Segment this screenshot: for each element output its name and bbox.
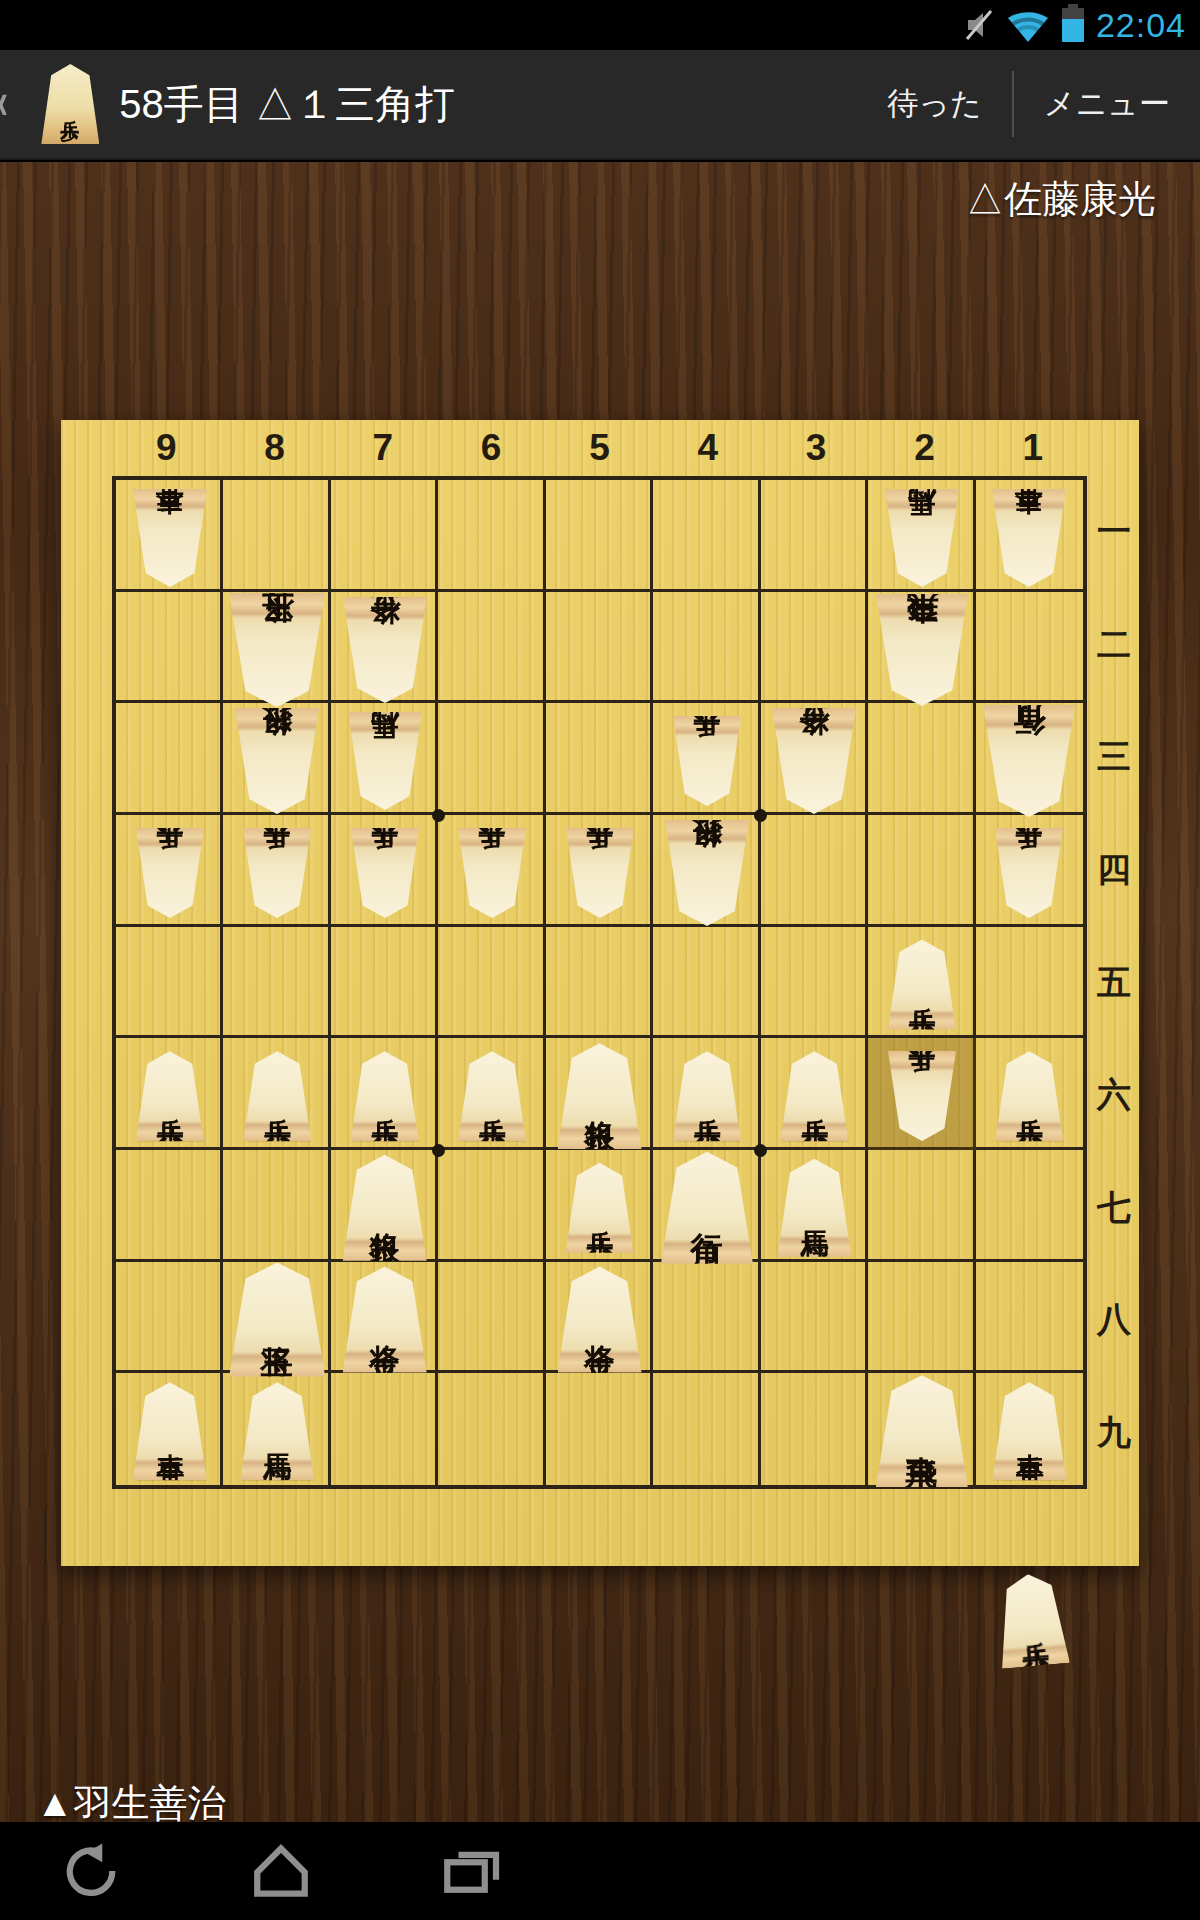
board-cell[interactable] [438,703,545,815]
board-cell[interactable] [653,480,760,592]
board-cell[interactable] [976,1150,1083,1262]
android-nav-bar [0,1822,1200,1920]
board-cell[interactable] [546,592,653,704]
board-cell[interactable] [976,927,1083,1039]
board-cell[interactable] [761,815,868,927]
back-button[interactable]: ‹ [0,75,8,127]
rank-label: 八 [1091,1264,1137,1377]
file-label: 2 [870,424,978,472]
board-cell[interactable] [438,592,545,704]
wifi-icon [1006,6,1050,44]
board-cell[interactable] [438,1262,545,1374]
board-cell[interactable] [438,1150,545,1262]
board-cell[interactable] [653,592,760,704]
star-point [432,809,445,822]
board-cell[interactable] [438,1373,545,1485]
battery-icon [1062,8,1084,42]
rank-label: 二 [1091,589,1137,702]
board-cell[interactable] [761,1373,868,1485]
status-bar: 22:04 [0,0,1200,50]
board-cell[interactable] [116,1262,223,1374]
rank-label: 七 [1091,1151,1137,1264]
board-cell[interactable] [223,927,330,1039]
rank-label: 九 [1091,1377,1137,1490]
board-cell[interactable] [868,703,975,815]
board-cell[interactable] [546,1373,653,1485]
star-point [432,1144,445,1157]
board-cell[interactable] [868,1150,975,1262]
sente-hand-tray[interactable]: 歩兵 [998,1574,1078,1674]
shogi-piece-pawn[interactable]: 歩兵 [41,64,99,144]
rank-label: 四 [1091,814,1137,927]
board-cell[interactable] [223,480,330,592]
board-cell[interactable] [868,1262,975,1374]
file-label: 5 [545,424,653,472]
star-point [754,809,767,822]
rank-labels: 一二三四五六七八九 [1091,476,1137,1489]
board-cell[interactable] [546,927,653,1039]
file-label: 4 [654,424,762,472]
rank-label: 一 [1091,476,1137,589]
file-label: 8 [220,424,328,472]
piece-kanji: 歩兵 [1019,1622,1046,1624]
rank-label: 五 [1091,926,1137,1039]
app-icon-shogi-piece: 歩兵 [39,62,101,146]
undo-button[interactable]: 待った [857,50,1011,158]
board-cell[interactable] [976,592,1083,704]
board-cell[interactable] [653,1373,760,1485]
mute-icon [964,8,994,42]
rank-label: 六 [1091,1039,1137,1152]
player-gote-label: △佐藤康光 [966,174,1156,225]
board-cell[interactable] [761,927,868,1039]
board-cell[interactable] [653,927,760,1039]
board-cell[interactable] [438,927,545,1039]
board-cell[interactable] [546,703,653,815]
star-point [754,1144,767,1157]
board-cell[interactable] [331,927,438,1039]
board-cell[interactable] [331,480,438,592]
board-cell[interactable] [223,1150,330,1262]
page-title: 58手目 △１三角打 [119,77,455,132]
board-cell[interactable] [116,927,223,1039]
board-cell[interactable] [546,480,653,592]
nav-back-button[interactable] [55,1839,127,1903]
action-bar: ‹ 歩兵 58手目 △１三角打 待った メニュー [0,50,1200,160]
menu-button[interactable]: メニュー [1014,50,1200,158]
file-labels: 987654321 [112,424,1087,472]
shogi-board: 987654321 一二三四五六七八九 香車桂馬香車玉将金将飛車銀将桂馬歩兵金将… [61,420,1139,1566]
file-label: 7 [329,424,437,472]
file-label: 1 [979,424,1087,472]
board-cell[interactable] [761,592,868,704]
nav-home-button[interactable] [245,1839,317,1903]
file-label: 3 [762,424,870,472]
board-cell[interactable] [116,703,223,815]
board-cell[interactable] [116,592,223,704]
board-cell[interactable] [331,1373,438,1485]
board-cell[interactable] [868,815,975,927]
board-cell[interactable] [976,1262,1083,1374]
board-cell[interactable] [116,1150,223,1262]
shogi-piece-pawn[interactable]: 歩兵 [994,1571,1070,1669]
nav-recents-button[interactable] [435,1839,507,1903]
board-cell[interactable] [761,480,868,592]
table-background: △佐藤康光 987654321 一二三四五六七八九 香車桂馬香車玉将金将飛車銀将… [0,162,1200,1822]
rank-label: 三 [1091,701,1137,814]
file-label: 9 [112,424,220,472]
board-cell[interactable] [761,1262,868,1374]
file-label: 6 [437,424,545,472]
board-cell[interactable] [438,480,545,592]
board-cell[interactable] [653,1262,760,1374]
status-clock: 22:04 [1096,6,1186,45]
